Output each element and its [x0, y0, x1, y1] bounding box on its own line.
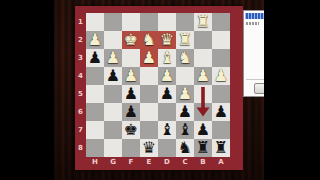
file-label-d: D — [158, 157, 176, 170]
white-pawn-c5[interactable]: ♟ — [176, 85, 194, 103]
square-f4[interactable]: ♟ — [122, 67, 140, 85]
white-knight-e2[interactable]: ♞ — [140, 31, 158, 49]
board-frame: 12345678 HGFEDCBA ♜♟♚♞♛♜♟♟♟♝♞♟♟♟♟♟♟♟♟♟♟♟… — [75, 6, 243, 170]
white-pawn-h2[interactable]: ♟ — [86, 31, 104, 49]
black-pawn-d5[interactable]: ♟ — [158, 85, 176, 103]
rank-label-4: 4 — [75, 67, 86, 85]
black-bishop-c7[interactable]: ♝ — [176, 121, 194, 139]
letterbox-left — [0, 0, 54, 180]
square-a2[interactable] — [212, 31, 230, 49]
file-label-g: G — [104, 157, 122, 170]
square-c1[interactable] — [176, 13, 194, 31]
square-h8[interactable] — [86, 139, 104, 157]
file-label-b: B — [194, 157, 212, 170]
square-d1[interactable] — [158, 13, 176, 31]
square-b5[interactable] — [194, 85, 212, 103]
white-rook-c2[interactable]: ♜ — [176, 31, 194, 49]
square-g6[interactable] — [104, 103, 122, 121]
square-c7[interactable]: ♝ — [176, 121, 194, 139]
square-d6[interactable] — [158, 103, 176, 121]
video-frame: 12345678 HGFEDCBA ♜♟♚♞♛♜♟♟♟♝♞♟♟♟♟♟♟♟♟♟♟♟… — [0, 0, 320, 180]
square-d5[interactable]: ♟ — [158, 85, 176, 103]
square-a6[interactable]: ♟ — [212, 103, 230, 121]
square-e6[interactable] — [140, 103, 158, 121]
file-label-h: H — [86, 157, 104, 170]
square-g4[interactable]: ♟ — [104, 67, 122, 85]
black-pawn-g4[interactable]: ♟ — [104, 67, 122, 85]
white-pawn-e3[interactable]: ♟ — [140, 49, 158, 67]
square-e2[interactable]: ♞ — [140, 31, 158, 49]
square-h7[interactable] — [86, 121, 104, 139]
square-h5[interactable] — [86, 85, 104, 103]
square-e3[interactable]: ♟ — [140, 49, 158, 67]
black-rook-b8[interactable]: ♜ — [194, 139, 212, 157]
square-b2[interactable] — [194, 31, 212, 49]
square-f3[interactable] — [122, 49, 140, 67]
square-g1[interactable] — [104, 13, 122, 31]
square-c8[interactable]: ♞ — [176, 139, 194, 157]
square-a3[interactable] — [212, 49, 230, 67]
black-pawn-f6[interactable]: ♟ — [122, 103, 140, 121]
square-b8[interactable]: ♜ — [194, 139, 212, 157]
rank-label-3: 3 — [75, 49, 86, 67]
black-pawn-b7[interactable]: ♟ — [194, 121, 212, 139]
square-f8[interactable] — [122, 139, 140, 157]
square-d4[interactable]: ♟ — [158, 67, 176, 85]
white-queen-d2[interactable]: ♛ — [158, 31, 176, 49]
square-a7[interactable] — [212, 121, 230, 139]
rank-label-1: 1 — [75, 13, 86, 31]
white-pawn-g3[interactable]: ♟ — [104, 49, 122, 67]
square-b7[interactable]: ♟ — [194, 121, 212, 139]
white-king-f2[interactable]: ♚ — [122, 31, 140, 49]
square-e8[interactable]: ♛ — [140, 139, 158, 157]
square-a5[interactable] — [212, 85, 230, 103]
black-pawn-c6[interactable]: ♟ — [176, 103, 194, 121]
square-b6[interactable] — [194, 103, 212, 121]
white-pawn-a4[interactable]: ♟ — [212, 67, 230, 85]
black-knight-c8[interactable]: ♞ — [176, 139, 194, 157]
square-h1[interactable] — [86, 13, 104, 31]
square-d3[interactable]: ♝ — [158, 49, 176, 67]
rank-label-7: 7 — [75, 121, 86, 139]
file-label-a: A — [212, 157, 230, 170]
square-b4[interactable]: ♟ — [194, 67, 212, 85]
side-panel — [243, 10, 265, 97]
square-a4[interactable]: ♟ — [212, 67, 230, 85]
rank-label-2: 2 — [75, 31, 86, 49]
file-label-e: E — [140, 157, 158, 170]
square-f1[interactable] — [122, 13, 140, 31]
square-b3[interactable] — [194, 49, 212, 67]
file-label-f: F — [122, 157, 140, 170]
square-f6[interactable]: ♟ — [122, 103, 140, 121]
square-f5[interactable]: ♟ — [122, 85, 140, 103]
square-d8[interactable] — [158, 139, 176, 157]
white-knight-c3[interactable]: ♞ — [176, 49, 194, 67]
black-pawn-h3[interactable]: ♟ — [86, 49, 104, 67]
black-pawn-f5[interactable]: ♟ — [122, 85, 140, 103]
black-pawn-a6[interactable]: ♟ — [212, 103, 230, 121]
square-e1[interactable] — [140, 13, 158, 31]
square-c3[interactable]: ♞ — [176, 49, 194, 67]
square-g3[interactable]: ♟ — [104, 49, 122, 67]
square-h6[interactable] — [86, 103, 104, 121]
rank-label-5: 5 — [75, 85, 86, 103]
square-a8[interactable]: ♜ — [212, 139, 230, 157]
black-king-f7[interactable]: ♚ — [122, 121, 140, 139]
rank-label-6: 6 — [75, 103, 86, 121]
white-pawn-d4[interactable]: ♟ — [158, 67, 176, 85]
panel-text-line — [246, 22, 259, 25]
black-queen-e8[interactable]: ♛ — [140, 139, 158, 157]
square-d7[interactable]: ♝ — [158, 121, 176, 139]
file-labels: HGFEDCBA — [86, 157, 230, 170]
square-c5[interactable]: ♟ — [176, 85, 194, 103]
white-bishop-d3[interactable]: ♝ — [158, 49, 176, 67]
square-g8[interactable] — [104, 139, 122, 157]
rank-label-8: 8 — [75, 139, 86, 157]
white-pawn-b4[interactable]: ♟ — [194, 67, 212, 85]
square-d2[interactable]: ♛ — [158, 31, 176, 49]
letterbox-right — [264, 0, 320, 180]
square-h4[interactable] — [86, 67, 104, 85]
white-pawn-f4[interactable]: ♟ — [122, 67, 140, 85]
white-rook-b1[interactable]: ♜ — [194, 13, 212, 31]
square-b1[interactable]: ♜ — [194, 13, 212, 31]
square-c4[interactable] — [176, 67, 194, 85]
square-c2[interactable]: ♜ — [176, 31, 194, 49]
square-f2[interactable]: ♚ — [122, 31, 140, 49]
square-e5[interactable] — [140, 85, 158, 103]
black-bishop-d7[interactable]: ♝ — [158, 121, 176, 139]
square-h2[interactable]: ♟ — [86, 31, 104, 49]
chess-board: ♜♟♚♞♛♜♟♟♟♝♞♟♟♟♟♟♟♟♟♟♟♟♚♝♝♟♛♞♜♜ — [86, 13, 230, 157]
selected-item-row[interactable] — [245, 13, 265, 19]
file-label-c: C — [176, 157, 194, 170]
square-e7[interactable] — [140, 121, 158, 139]
square-g5[interactable] — [104, 85, 122, 103]
square-g7[interactable] — [104, 121, 122, 139]
black-rook-a8[interactable]: ♜ — [212, 139, 230, 157]
square-a1[interactable] — [212, 13, 230, 31]
rank-labels: 12345678 — [75, 13, 86, 157]
square-c6[interactable]: ♟ — [176, 103, 194, 121]
panel-divider — [246, 79, 265, 80]
square-g2[interactable] — [104, 31, 122, 49]
square-f7[interactable]: ♚ — [122, 121, 140, 139]
square-h3[interactable]: ♟ — [86, 49, 104, 67]
square-e4[interactable] — [140, 67, 158, 85]
